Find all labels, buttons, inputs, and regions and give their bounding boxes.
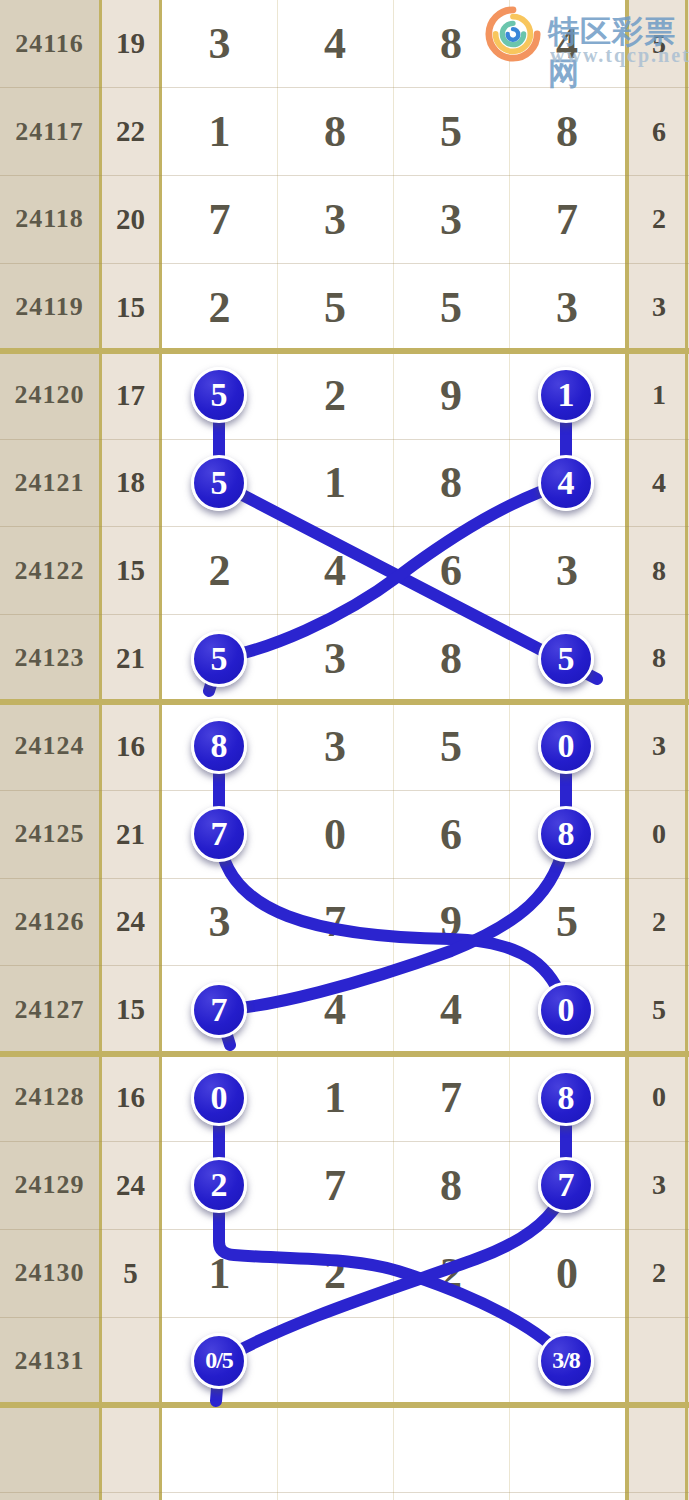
digit-cell: 2	[162, 263, 277, 351]
issue-number: 24116	[0, 0, 99, 88]
extra-value: 2	[629, 1229, 689, 1317]
sum-value: 16	[102, 702, 159, 790]
sum-value	[102, 1317, 159, 1405]
issue-number: 24131	[0, 1317, 99, 1405]
issue-number: 24127	[0, 966, 99, 1054]
digit-cell: 4	[393, 966, 509, 1054]
sum-value: 20	[102, 176, 159, 264]
digit-cell: 3	[162, 878, 277, 966]
extra-value	[629, 1317, 689, 1405]
digit-cell: 4	[277, 966, 393, 1054]
digit-cell: 3	[162, 0, 277, 88]
digit-cell: 8	[393, 1141, 509, 1229]
circled-number: 7	[191, 982, 247, 1038]
digit-cell: 7	[509, 176, 625, 264]
digit-cell: 8	[393, 615, 509, 703]
circled-number: 5	[191, 631, 247, 687]
digit-cell: 1	[277, 439, 393, 527]
digit-cell: 9	[393, 878, 509, 966]
extra-value: 4	[629, 439, 689, 527]
sum-value: 24	[102, 878, 159, 966]
circled-number: 1	[538, 367, 594, 423]
sum-value: 21	[102, 790, 159, 878]
extra-value: 8	[629, 615, 689, 703]
digit-cell: 7	[277, 878, 393, 966]
issue-number: 24118	[0, 176, 99, 264]
digit-cell: 5	[393, 702, 509, 790]
digit-cell: 3	[393, 176, 509, 264]
circled-number: 5	[191, 455, 247, 511]
issue-number: 24126	[0, 878, 99, 966]
circled-number: 4	[538, 455, 594, 511]
digit-cell: 5	[509, 878, 625, 966]
digit-cell: 2	[162, 527, 277, 615]
digit-cell: 0	[509, 1229, 625, 1317]
extra-value: 3	[629, 702, 689, 790]
digit-cell: 3	[277, 615, 393, 703]
digit-cell	[393, 1317, 509, 1405]
circled-number: 2	[191, 1157, 247, 1213]
sum-value: 18	[102, 439, 159, 527]
digit-cell: 8	[509, 88, 625, 176]
issue-number: 24122	[0, 527, 99, 615]
digit-cell: 4	[277, 527, 393, 615]
issue-number: 24120	[0, 351, 99, 439]
digit-cell: 2	[277, 1229, 393, 1317]
circled-number: 8	[538, 1070, 594, 1126]
circled-number: 0	[538, 982, 594, 1038]
digit-cell: 6	[393, 527, 509, 615]
digit-cell: 3	[509, 527, 625, 615]
sum-value: 19	[102, 0, 159, 88]
digit-cell: 7	[162, 176, 277, 264]
circled-number: 5	[191, 367, 247, 423]
sum-value: 5	[102, 1229, 159, 1317]
sum-value: 24	[102, 1141, 159, 1229]
digit-cell: 5	[393, 88, 509, 176]
sum-value: 21	[102, 615, 159, 703]
digit-cell: 7	[393, 1054, 509, 1142]
issue-number: 24123	[0, 615, 99, 703]
issue-number: 24129	[0, 1141, 99, 1229]
issue-number: 24117	[0, 88, 99, 176]
digit-cell: 2	[277, 351, 393, 439]
extra-value: 8	[629, 527, 689, 615]
sum-value: 17	[102, 351, 159, 439]
digit-cell: 0	[277, 790, 393, 878]
site-logo[interactable]: 特区彩票网 www.tqcp.net	[484, 3, 689, 67]
digit-cell: 3	[277, 176, 393, 264]
site-url-text: www.tqcp.net	[550, 44, 689, 67]
digit-cell: 8	[393, 439, 509, 527]
digit-cell: 1	[162, 88, 277, 176]
sum-value: 16	[102, 1054, 159, 1142]
digit-cell: 3	[277, 702, 393, 790]
swirl-logo-icon	[484, 5, 542, 63]
digit-cell: 1	[162, 1229, 277, 1317]
extra-value: 3	[629, 263, 689, 351]
issue-number: 24128	[0, 1054, 99, 1142]
digit-cell: 9	[393, 351, 509, 439]
circled-number: 8	[191, 718, 247, 774]
issue-number: 24125	[0, 790, 99, 878]
digit-cell: 5	[277, 263, 393, 351]
circled-number: 0	[191, 1070, 247, 1126]
extra-value: 6	[629, 88, 689, 176]
sum-value: 15	[102, 527, 159, 615]
digit-cell: 7	[277, 1141, 393, 1229]
digit-cell: 5	[393, 263, 509, 351]
extra-value: 2	[629, 878, 689, 966]
circled-number: 7	[191, 806, 247, 862]
sum-value: 15	[102, 263, 159, 351]
sum-value: 15	[102, 966, 159, 1054]
digit-cell	[277, 1317, 393, 1405]
grid-line	[0, 1492, 689, 1493]
circled-number: 0	[538, 718, 594, 774]
issue-number: 24130	[0, 1229, 99, 1317]
circled-number: 0/5	[191, 1333, 247, 1389]
digit-cell: 8	[277, 88, 393, 176]
extra-value: 0	[629, 1054, 689, 1142]
extra-value: 1	[629, 351, 689, 439]
extra-value: 2	[629, 176, 689, 264]
digit-cell: 6	[393, 790, 509, 878]
issue-number: 24124	[0, 702, 99, 790]
extra-value: 3	[629, 1141, 689, 1229]
digit-cell: 3	[509, 263, 625, 351]
sum-value: 22	[102, 88, 159, 176]
circled-number: 5	[538, 631, 594, 687]
digit-cell: 2	[393, 1229, 509, 1317]
digit-cell: 1	[277, 1054, 393, 1142]
circled-number: 7	[538, 1157, 594, 1213]
extra-value: 0	[629, 790, 689, 878]
circled-number: 3/8	[538, 1333, 594, 1389]
circled-number: 8	[538, 806, 594, 862]
digit-cell: 4	[277, 0, 393, 88]
issue-number: 24119	[0, 263, 99, 351]
extra-value: 5	[629, 966, 689, 1054]
trend-chart-board: 24116 19 3 4 8 4 5 24117 22 1 8 5 8 6 24…	[0, 0, 689, 1500]
issue-number: 24121	[0, 439, 99, 527]
